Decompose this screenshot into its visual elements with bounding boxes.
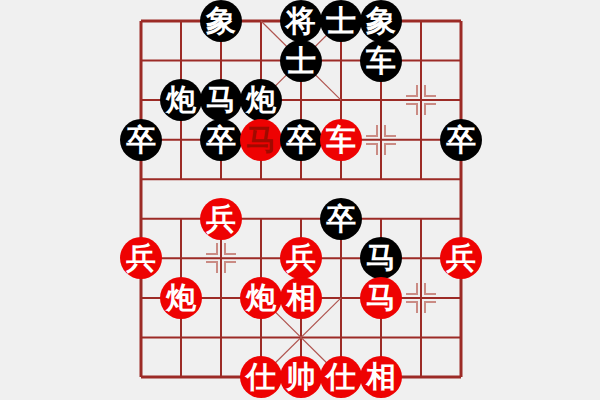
piece-red-soldier[interactable]: 兵 bbox=[120, 237, 162, 279]
piece-black-soldier[interactable]: 卒 bbox=[320, 198, 362, 240]
pieces-layer: 象将士象士车炮马炮卒卒马卒车卒兵卒兵兵马兵炮炮相马仕帅仕相 bbox=[0, 0, 600, 400]
piece-black-chariot[interactable]: 车 bbox=[360, 40, 402, 82]
piece-glyph: 相 bbox=[366, 356, 396, 398]
piece-glyph: 兵 bbox=[206, 198, 236, 240]
piece-black-horse[interactable]: 马 bbox=[200, 79, 242, 121]
piece-glyph: 炮 bbox=[166, 79, 196, 121]
piece-glyph: 相 bbox=[286, 277, 316, 319]
piece-glyph: 将 bbox=[286, 0, 316, 42]
piece-black-general[interactable]: 将 bbox=[280, 0, 322, 42]
piece-glyph: 炮 bbox=[166, 277, 196, 319]
piece-red-soldier[interactable]: 兵 bbox=[440, 237, 482, 279]
piece-red-cannon[interactable]: 炮 bbox=[240, 277, 282, 319]
piece-black-soldier[interactable]: 卒 bbox=[440, 119, 482, 161]
piece-glyph: 卒 bbox=[446, 119, 476, 161]
piece-red-soldier[interactable]: 兵 bbox=[200, 198, 242, 240]
piece-glyph: 炮 bbox=[246, 277, 276, 319]
piece-glyph: 象 bbox=[366, 0, 396, 42]
piece-glyph: 兵 bbox=[446, 237, 476, 279]
piece-black-soldier[interactable]: 卒 bbox=[200, 119, 242, 161]
piece-glyph: 卒 bbox=[286, 119, 316, 161]
piece-black-elephant[interactable]: 象 bbox=[200, 0, 242, 42]
xiangqi-app-background: 象将士象士车炮马炮卒卒马卒车卒兵卒兵兵马兵炮炮相马仕帅仕相 bbox=[0, 0, 600, 400]
piece-red-horse[interactable]: 马 bbox=[360, 277, 402, 319]
piece-glyph: 马 bbox=[246, 119, 276, 161]
piece-glyph: 卒 bbox=[126, 119, 156, 161]
xiangqi-board: 象将士象士车炮马炮卒卒马卒车卒兵卒兵兵马兵炮炮相马仕帅仕相 bbox=[0, 0, 600, 400]
piece-glyph: 士 bbox=[286, 40, 316, 82]
piece-glyph: 车 bbox=[366, 40, 396, 82]
piece-black-soldier[interactable]: 卒 bbox=[280, 119, 322, 161]
piece-glyph: 马 bbox=[206, 79, 236, 121]
piece-glyph: 仕 bbox=[326, 356, 356, 398]
piece-glyph: 士 bbox=[326, 0, 356, 42]
piece-glyph: 炮 bbox=[246, 79, 276, 121]
piece-red-cannon[interactable]: 炮 bbox=[160, 277, 202, 319]
piece-glyph: 象 bbox=[206, 0, 236, 42]
piece-glyph: 车 bbox=[326, 119, 356, 161]
piece-glyph: 马 bbox=[366, 237, 396, 279]
piece-glyph: 卒 bbox=[326, 198, 356, 240]
piece-red-soldier[interactable]: 兵 bbox=[280, 237, 322, 279]
piece-glyph: 兵 bbox=[126, 237, 156, 279]
piece-glyph: 帅 bbox=[286, 356, 316, 398]
piece-black-cannon[interactable]: 炮 bbox=[240, 79, 282, 121]
piece-black-soldier[interactable]: 卒 bbox=[120, 119, 162, 161]
piece-black-advisor[interactable]: 士 bbox=[320, 0, 362, 42]
piece-red-advisor[interactable]: 仕 bbox=[240, 356, 282, 398]
piece-red-horse[interactable]: 马 bbox=[240, 119, 282, 161]
piece-red-elephant[interactable]: 相 bbox=[280, 277, 322, 319]
piece-glyph: 马 bbox=[366, 277, 396, 319]
piece-glyph: 仕 bbox=[246, 356, 276, 398]
piece-red-elephant[interactable]: 相 bbox=[360, 356, 402, 398]
piece-black-advisor[interactable]: 士 bbox=[280, 40, 322, 82]
piece-red-general[interactable]: 帅 bbox=[280, 356, 322, 398]
piece-black-cannon[interactable]: 炮 bbox=[160, 79, 202, 121]
piece-black-horse[interactable]: 马 bbox=[360, 237, 402, 279]
piece-glyph: 卒 bbox=[206, 119, 236, 161]
piece-black-elephant[interactable]: 象 bbox=[360, 0, 402, 42]
piece-red-chariot[interactable]: 车 bbox=[320, 119, 362, 161]
piece-red-advisor[interactable]: 仕 bbox=[320, 356, 362, 398]
piece-glyph: 兵 bbox=[286, 237, 316, 279]
